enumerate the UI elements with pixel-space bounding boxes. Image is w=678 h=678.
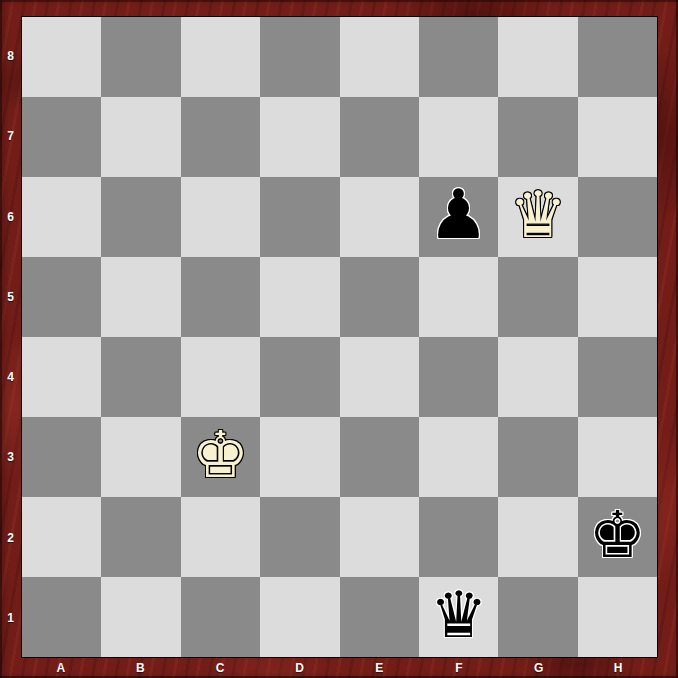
square-g5[interactable] <box>498 257 577 337</box>
square-h4[interactable] <box>578 337 657 417</box>
square-g2[interactable] <box>498 497 577 577</box>
rank-label-1: 1 <box>0 578 21 658</box>
file-label-g: G <box>499 658 579 678</box>
file-labels: ABCDEFGH <box>21 658 658 678</box>
white-queen[interactable]: ♛ <box>509 183 566 247</box>
rank-labels: 87654321 <box>0 16 21 658</box>
square-c6[interactable] <box>181 177 260 257</box>
square-b7[interactable] <box>101 97 180 177</box>
rank-label-8: 8 <box>0 16 21 96</box>
square-e7[interactable] <box>340 97 419 177</box>
square-g6[interactable]: ♛ <box>498 177 577 257</box>
square-d8[interactable] <box>260 17 339 97</box>
square-h6[interactable] <box>578 177 657 257</box>
square-e5[interactable] <box>340 257 419 337</box>
square-f6[interactable]: ♟ <box>419 177 498 257</box>
rank-label-2: 2 <box>0 498 21 578</box>
square-e1[interactable] <box>340 577 419 657</box>
square-h8[interactable] <box>578 17 657 97</box>
rank-label-7: 7 <box>0 96 21 176</box>
square-e4[interactable] <box>340 337 419 417</box>
rank-label-4: 4 <box>0 337 21 417</box>
square-g4[interactable] <box>498 337 577 417</box>
black-pawn[interactable]: ♟ <box>428 181 489 249</box>
file-label-h: H <box>578 658 658 678</box>
square-b3[interactable] <box>101 417 180 497</box>
chess-board: ♟♛♚♚♛ <box>22 17 657 657</box>
square-a4[interactable] <box>22 337 101 417</box>
square-f1[interactable]: ♛ <box>419 577 498 657</box>
white-king[interactable]: ♚ <box>192 423 249 487</box>
black-queen[interactable]: ♛ <box>430 583 487 647</box>
file-label-f: F <box>419 658 499 678</box>
square-d6[interactable] <box>260 177 339 257</box>
square-d5[interactable] <box>260 257 339 337</box>
file-label-c: C <box>180 658 260 678</box>
black-king[interactable]: ♚ <box>589 503 646 567</box>
board-frame: ♟♛♚♚♛ <box>21 16 658 658</box>
square-f3[interactable] <box>419 417 498 497</box>
square-g7[interactable] <box>498 97 577 177</box>
square-e8[interactable] <box>340 17 419 97</box>
square-g3[interactable] <box>498 417 577 497</box>
square-h2[interactable]: ♚ <box>578 497 657 577</box>
square-a7[interactable] <box>22 97 101 177</box>
square-h7[interactable] <box>578 97 657 177</box>
square-b1[interactable] <box>101 577 180 657</box>
square-a6[interactable] <box>22 177 101 257</box>
square-g8[interactable] <box>498 17 577 97</box>
square-h5[interactable] <box>578 257 657 337</box>
square-f7[interactable] <box>419 97 498 177</box>
square-e2[interactable] <box>340 497 419 577</box>
square-b5[interactable] <box>101 257 180 337</box>
file-label-e: E <box>340 658 420 678</box>
square-b8[interactable] <box>101 17 180 97</box>
square-d1[interactable] <box>260 577 339 657</box>
square-a3[interactable] <box>22 417 101 497</box>
square-a8[interactable] <box>22 17 101 97</box>
square-c8[interactable] <box>181 17 260 97</box>
square-f5[interactable] <box>419 257 498 337</box>
square-c1[interactable] <box>181 577 260 657</box>
square-f8[interactable] <box>419 17 498 97</box>
rank-label-5: 5 <box>0 257 21 337</box>
square-g1[interactable] <box>498 577 577 657</box>
rank-label-3: 3 <box>0 417 21 497</box>
square-e6[interactable] <box>340 177 419 257</box>
square-c2[interactable] <box>181 497 260 577</box>
square-a5[interactable] <box>22 257 101 337</box>
square-h3[interactable] <box>578 417 657 497</box>
square-c7[interactable] <box>181 97 260 177</box>
square-e3[interactable] <box>340 417 419 497</box>
square-b2[interactable] <box>101 497 180 577</box>
square-d2[interactable] <box>260 497 339 577</box>
square-a2[interactable] <box>22 497 101 577</box>
square-b6[interactable] <box>101 177 180 257</box>
square-a1[interactable] <box>22 577 101 657</box>
square-f4[interactable] <box>419 337 498 417</box>
square-d7[interactable] <box>260 97 339 177</box>
rank-label-6: 6 <box>0 177 21 257</box>
file-label-d: D <box>260 658 340 678</box>
square-c3[interactable]: ♚ <box>181 417 260 497</box>
square-b4[interactable] <box>101 337 180 417</box>
file-label-b: B <box>101 658 181 678</box>
square-c4[interactable] <box>181 337 260 417</box>
square-c5[interactable] <box>181 257 260 337</box>
square-h1[interactable] <box>578 577 657 657</box>
square-f2[interactable] <box>419 497 498 577</box>
chess-board-window: 87654321 ABCDEFGH ♟♛♚♚♛ <box>0 0 678 678</box>
square-d4[interactable] <box>260 337 339 417</box>
square-d3[interactable] <box>260 417 339 497</box>
file-label-a: A <box>21 658 101 678</box>
